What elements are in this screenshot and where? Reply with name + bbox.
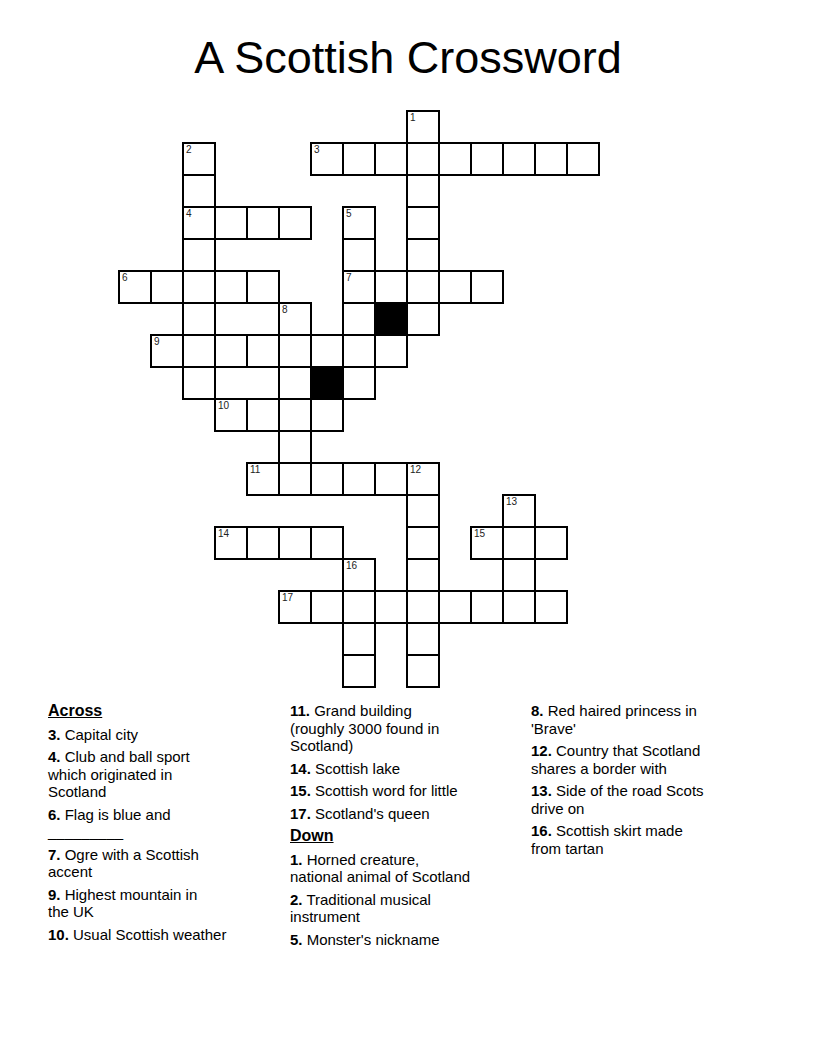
grid-cell[interactable] xyxy=(406,494,440,528)
grid-cell[interactable] xyxy=(246,206,280,240)
clue-number: 17. xyxy=(290,805,311,822)
clue-16: 16. Scottish skirt made from tartan xyxy=(531,822,773,857)
clue-11: 11. Grand building (roughly 3000 found i… xyxy=(290,702,530,755)
grid-cell[interactable] xyxy=(374,142,408,176)
grid-cell[interactable] xyxy=(246,526,280,560)
grid-cell[interactable] xyxy=(502,558,536,592)
grid-cell[interactable] xyxy=(342,142,376,176)
clue-text: Scottish skirt made from tartan xyxy=(531,822,683,857)
grid-cell[interactable] xyxy=(310,590,344,624)
clue-2: 2. Traditional musical instrument xyxy=(290,891,530,926)
cell-number: 11 xyxy=(250,465,260,475)
cell-number: 10 xyxy=(218,401,229,411)
grid-cell[interactable] xyxy=(438,590,472,624)
clue-14: 14. Scottish lake xyxy=(290,760,530,778)
grid-cell[interactable] xyxy=(342,462,376,496)
grid-cell[interactable] xyxy=(502,142,536,176)
grid-cell[interactable] xyxy=(310,398,344,432)
clue-number: 7. xyxy=(48,846,61,863)
clue-number: 13. xyxy=(531,782,552,799)
grid-cell[interactable] xyxy=(246,334,280,368)
cell-number: 9 xyxy=(154,337,160,347)
grid-cell[interactable] xyxy=(406,270,440,304)
clue-text: Country that Scotland shares a border wi… xyxy=(531,742,700,777)
grid-cell[interactable] xyxy=(342,334,376,368)
clue-9: 9. Highest mountain in the UK xyxy=(48,886,290,921)
grid-cell[interactable] xyxy=(406,206,440,240)
grid-cell[interactable] xyxy=(310,526,344,560)
grid-cell[interactable] xyxy=(342,622,376,656)
cell-number: 3 xyxy=(314,145,320,155)
clue-number: 2. xyxy=(290,891,303,908)
grid-cell[interactable] xyxy=(182,238,216,272)
clue-text: Monster's nickname xyxy=(303,931,440,948)
clue-column-middle: 11. Grand building (roughly 3000 found i… xyxy=(290,702,530,953)
clue-text: Highest mountain in the UK xyxy=(48,886,197,921)
cell-number: 8 xyxy=(282,305,288,315)
grid-cell[interactable] xyxy=(278,462,312,496)
cell-number: 13 xyxy=(506,497,517,507)
down-header: Down xyxy=(290,827,530,845)
grid-cell[interactable] xyxy=(502,590,536,624)
grid-cell[interactable] xyxy=(310,462,344,496)
grid-cell[interactable] xyxy=(214,334,248,368)
cell-number: 2 xyxy=(186,145,192,155)
grid-cell[interactable] xyxy=(374,462,408,496)
grid-cell[interactable] xyxy=(406,654,440,688)
clue-number: 9. xyxy=(48,886,61,903)
clue-text: Red haired princess in 'Brave' xyxy=(531,702,697,737)
clue-number: 16. xyxy=(531,822,552,839)
grid-cell[interactable] xyxy=(342,590,376,624)
grid-cell[interactable] xyxy=(406,174,440,208)
clue-10: 10. Usual Scottish weather xyxy=(48,926,290,944)
grid-cell[interactable] xyxy=(534,526,568,560)
clue-column-right: 8. Red haired princess in 'Brave'12. Cou… xyxy=(531,702,773,862)
clue-number: 5. xyxy=(290,931,303,948)
grid-cell[interactable] xyxy=(470,142,504,176)
clue-text: Capital city xyxy=(61,726,139,743)
grid-cell[interactable] xyxy=(182,174,216,208)
grid-cell[interactable] xyxy=(182,334,216,368)
worksheet-page: A Scottish Crossword 1234567891011121314… xyxy=(0,0,816,1056)
cell-number: 6 xyxy=(122,273,128,283)
grid-cell[interactable] xyxy=(278,430,312,464)
cell-number: 1 xyxy=(410,113,416,123)
cell-number: 7 xyxy=(346,273,352,283)
grid-cell[interactable] xyxy=(470,270,504,304)
clue-number: 1. xyxy=(290,851,303,868)
clue-text: Usual Scottish weather xyxy=(69,926,227,943)
clue-text: Flag is blue and _________ xyxy=(48,806,171,841)
clue-text: Horned creature, national animal of Scot… xyxy=(290,851,470,886)
clue-13: 13. Side of the road Scots drive on xyxy=(531,782,773,817)
grid-cell[interactable] xyxy=(342,366,376,400)
clue-text: Scotland's queen xyxy=(311,805,430,822)
clue-number: 3. xyxy=(48,726,61,743)
grid-cell[interactable] xyxy=(342,238,376,272)
grid-cell[interactable] xyxy=(278,398,312,432)
crossword-grid: 1234567891011121314151617 xyxy=(118,110,600,688)
clue-number: 12. xyxy=(531,742,552,759)
grid-cell[interactable] xyxy=(278,366,312,400)
clue-column-left: Across3. Capital city4. Club and ball sp… xyxy=(48,702,290,948)
grid-cell[interactable] xyxy=(182,302,216,336)
grid-cell[interactable] xyxy=(406,142,440,176)
grid-cell[interactable] xyxy=(470,590,504,624)
grid-cell[interactable] xyxy=(278,206,312,240)
grid-cell[interactable] xyxy=(214,206,248,240)
grid-cell[interactable] xyxy=(214,270,248,304)
grid-cell[interactable] xyxy=(246,270,280,304)
grid-cell[interactable] xyxy=(278,334,312,368)
clue-text: Ogre with a Scottish accent xyxy=(48,846,199,881)
grid-cell[interactable] xyxy=(534,142,568,176)
clue-text: Side of the road Scots drive on xyxy=(531,782,704,817)
grid-cell[interactable] xyxy=(246,398,280,432)
grid-cell[interactable] xyxy=(374,334,408,368)
cell-number: 17 xyxy=(282,593,293,603)
clue-number: 15. xyxy=(290,782,311,799)
cell-number: 12 xyxy=(410,465,421,475)
clue-15: 15. Scottish word for little xyxy=(290,782,530,800)
clue-number: 14. xyxy=(290,760,311,777)
grid-cell[interactable] xyxy=(342,302,376,336)
cell-number: 14 xyxy=(218,529,229,539)
clue-text: Traditional musical instrument xyxy=(290,891,431,926)
grid-cell[interactable] xyxy=(406,526,440,560)
clue-5: 5. Monster's nickname xyxy=(290,931,530,949)
grid-cell[interactable] xyxy=(374,270,408,304)
black-cell xyxy=(310,366,344,400)
grid-cell[interactable] xyxy=(534,590,568,624)
grid-cell[interactable] xyxy=(278,526,312,560)
clue-number: 11. xyxy=(290,702,310,719)
grid-cell[interactable] xyxy=(566,142,600,176)
clue-6: 6. Flag is blue and _________ xyxy=(48,806,290,841)
cell-number: 15 xyxy=(474,529,485,539)
clue-8: 8. Red haired princess in 'Brave' xyxy=(531,702,773,737)
clue-number: 4. xyxy=(48,748,61,765)
grid-cell[interactable] xyxy=(406,238,440,272)
black-cell xyxy=(374,302,408,336)
clue-text: Scottish lake xyxy=(311,760,400,777)
page-title: A Scottish Crossword xyxy=(0,32,816,84)
clue-number: 8. xyxy=(531,702,544,719)
clue-text: Grand building (roughly 3000 found in Sc… xyxy=(290,702,439,754)
grid-cell[interactable] xyxy=(406,302,440,336)
grid-cell[interactable] xyxy=(438,270,472,304)
clue-12: 12. Country that Scotland shares a borde… xyxy=(531,742,773,777)
grid-cell[interactable] xyxy=(342,654,376,688)
across-header: Across xyxy=(48,702,290,720)
clue-number: 6. xyxy=(48,806,61,823)
clue-4: 4. Club and ball sport which originated … xyxy=(48,748,290,801)
clue-17: 17. Scotland's queen xyxy=(290,805,530,823)
clue-text: Scottish word for little xyxy=(311,782,458,799)
clue-1: 1. Horned creature, national animal of S… xyxy=(290,851,530,886)
grid-cell[interactable] xyxy=(406,590,440,624)
cell-number: 4 xyxy=(186,209,192,219)
grid-cell[interactable] xyxy=(310,334,344,368)
grid-cell[interactable] xyxy=(406,558,440,592)
grid-cell[interactable] xyxy=(502,526,536,560)
grid-cell[interactable] xyxy=(182,270,216,304)
cell-number: 16 xyxy=(346,561,357,571)
grid-cell[interactable] xyxy=(374,590,408,624)
grid-cell[interactable] xyxy=(182,366,216,400)
grid-cell[interactable] xyxy=(150,270,184,304)
clue-number: 10. xyxy=(48,926,69,943)
grid-cell[interactable] xyxy=(406,622,440,656)
clue-text: Club and ball sport which originated in … xyxy=(48,748,190,800)
cell-number: 5 xyxy=(346,209,352,219)
clue-7: 7. Ogre with a Scottish accent xyxy=(48,846,290,881)
grid-cell[interactable] xyxy=(438,142,472,176)
clue-3: 3. Capital city xyxy=(48,726,290,744)
